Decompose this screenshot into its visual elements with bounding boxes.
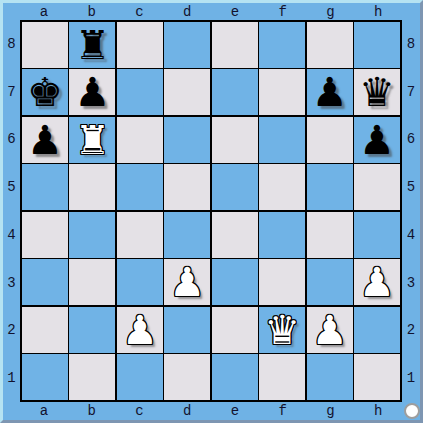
square-c2[interactable]: ♟	[117, 307, 163, 353]
square-b8[interactable]: ♜	[69, 22, 115, 68]
square-e1[interactable]	[212, 354, 258, 400]
black-rook-b8: ♜	[74, 25, 110, 65]
rank-label-left-4: 4	[3, 211, 20, 259]
file-label-bottom-b: b	[68, 402, 116, 420]
square-g8[interactable]	[307, 22, 353, 68]
square-b5[interactable]	[69, 164, 115, 210]
rank-label-right-5: 5	[402, 163, 420, 211]
square-b2[interactable]	[69, 307, 115, 353]
square-h5[interactable]	[354, 164, 400, 210]
square-h4[interactable]	[354, 212, 400, 258]
square-g6[interactable]	[307, 117, 353, 163]
rank-label-right-1: 1	[402, 354, 420, 402]
white-queen-f2: ♛	[264, 310, 300, 350]
rank-label-left-7: 7	[3, 68, 20, 116]
black-pawn-g7: ♟	[312, 72, 348, 112]
file-label-top-e: e	[211, 3, 259, 20]
file-label-bottom-a: a	[20, 402, 68, 420]
square-a5[interactable]	[22, 164, 68, 210]
square-d3[interactable]: ♟	[164, 259, 210, 305]
file-label-top-a: a	[20, 3, 68, 20]
file-label-bottom-g: g	[307, 402, 355, 420]
file-label-top-d: d	[163, 3, 211, 20]
square-c5[interactable]	[117, 164, 163, 210]
white-pawn-g2: ♟	[312, 310, 348, 350]
square-h3[interactable]: ♟	[354, 259, 400, 305]
square-f8[interactable]	[259, 22, 305, 68]
square-e4[interactable]	[212, 212, 258, 258]
square-e6[interactable]	[212, 117, 258, 163]
square-c8[interactable]	[117, 22, 163, 68]
rank-label-right-2: 2	[402, 307, 420, 355]
square-d2[interactable]	[164, 307, 210, 353]
square-h8[interactable]	[354, 22, 400, 68]
square-e7[interactable]	[212, 69, 258, 115]
file-labels-top: abcdefgh	[20, 3, 402, 20]
rank-label-left-5: 5	[3, 163, 20, 211]
square-f2[interactable]: ♛	[259, 307, 305, 353]
square-b3[interactable]	[69, 259, 115, 305]
square-a7[interactable]: ♚	[22, 69, 68, 115]
square-d8[interactable]	[164, 22, 210, 68]
square-c7[interactable]	[117, 69, 163, 115]
square-e5[interactable]	[212, 164, 258, 210]
square-a1[interactable]	[22, 354, 68, 400]
rank-label-right-4: 4	[402, 211, 420, 259]
file-label-bottom-h: h	[354, 402, 402, 420]
rank-label-right-3: 3	[402, 259, 420, 307]
square-d6[interactable]	[164, 117, 210, 163]
rank-label-left-3: 3	[3, 259, 20, 307]
file-label-top-f: f	[259, 3, 307, 20]
square-d5[interactable]	[164, 164, 210, 210]
chess-board-window: abcdefgh abcdefgh 87654321 87654321 ♜♚♟♟…	[0, 0, 423, 423]
file-label-top-c: c	[116, 3, 164, 20]
square-f4[interactable]	[259, 212, 305, 258]
rank-labels-left: 87654321	[3, 20, 20, 402]
square-h7[interactable]: ♛	[354, 69, 400, 115]
rank-label-right-6: 6	[402, 116, 420, 164]
square-b6[interactable]: ♜	[69, 117, 115, 163]
file-label-top-b: b	[68, 3, 116, 20]
white-pawn-c2: ♟	[122, 310, 158, 350]
square-f5[interactable]	[259, 164, 305, 210]
square-c3[interactable]	[117, 259, 163, 305]
rank-label-left-2: 2	[3, 307, 20, 355]
square-d1[interactable]	[164, 354, 210, 400]
square-a8[interactable]	[22, 22, 68, 68]
square-e2[interactable]	[212, 307, 258, 353]
black-king-a7: ♚	[27, 72, 63, 112]
square-d7[interactable]	[164, 69, 210, 115]
square-b1[interactable]	[69, 354, 115, 400]
square-g1[interactable]	[307, 354, 353, 400]
square-a6[interactable]: ♟	[22, 117, 68, 163]
square-c1[interactable]	[117, 354, 163, 400]
rank-label-left-6: 6	[3, 116, 20, 164]
square-g4[interactable]	[307, 212, 353, 258]
square-h2[interactable]	[354, 307, 400, 353]
square-f6[interactable]	[259, 117, 305, 163]
file-label-bottom-c: c	[116, 402, 164, 420]
square-c6[interactable]	[117, 117, 163, 163]
square-g5[interactable]	[307, 164, 353, 210]
white-pawn-d3: ♟	[169, 262, 205, 302]
square-h6[interactable]: ♟	[354, 117, 400, 163]
file-labels-bottom: abcdefgh	[20, 402, 402, 420]
white-rook-b6: ♜	[74, 120, 110, 160]
square-g7[interactable]: ♟	[307, 69, 353, 115]
rank-label-right-8: 8	[402, 20, 420, 68]
file-label-top-h: h	[354, 3, 402, 20]
square-a3[interactable]	[22, 259, 68, 305]
square-b7[interactable]: ♟	[69, 69, 115, 115]
black-pawn-b7: ♟	[74, 72, 110, 112]
black-pawn-h6: ♟	[359, 120, 395, 160]
square-f3[interactable]	[259, 259, 305, 305]
black-pawn-a6: ♟	[27, 120, 63, 160]
file-label-top-g: g	[307, 3, 355, 20]
square-g2[interactable]: ♟	[307, 307, 353, 353]
square-a4[interactable]	[22, 212, 68, 258]
square-d4[interactable]	[164, 212, 210, 258]
black-queen-h7: ♛	[359, 72, 395, 112]
square-h1[interactable]	[354, 354, 400, 400]
rank-label-left-8: 8	[3, 20, 20, 68]
square-e8[interactable]	[212, 22, 258, 68]
file-label-bottom-f: f	[259, 402, 307, 420]
board: ♜♚♟♟♛♟♜♟♟♟♟♛♟	[20, 20, 402, 402]
square-f7[interactable]	[259, 69, 305, 115]
square-e3[interactable]	[212, 259, 258, 305]
square-b4[interactable]	[69, 212, 115, 258]
file-label-bottom-e: e	[211, 402, 259, 420]
file-label-bottom-d: d	[163, 402, 211, 420]
square-c4[interactable]	[117, 212, 163, 258]
white-pawn-h3: ♟	[359, 262, 395, 302]
rank-label-left-1: 1	[3, 354, 20, 402]
rank-labels-right: 87654321	[402, 20, 420, 402]
square-a2[interactable]	[22, 307, 68, 353]
white-to-move-indicator	[404, 403, 420, 419]
square-f1[interactable]	[259, 354, 305, 400]
square-g3[interactable]	[307, 259, 353, 305]
rank-label-right-7: 7	[402, 68, 420, 116]
